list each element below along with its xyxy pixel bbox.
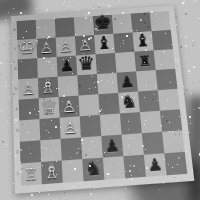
piece-black-pawn: ♟ xyxy=(144,156,166,174)
piece-black-pawn: ♟ xyxy=(57,58,77,74)
piece-black-queen: ♛ xyxy=(76,53,97,73)
piece-black-knight: ♞ xyxy=(82,159,104,179)
chess-board: 87654321 ♚♔♙♙♙♝♝♟♛♜♙♗♟♕♙♞♙♟♖♗♞♟ xyxy=(11,5,195,193)
pieces-layer: ♚♔♙♙♙♝♝♟♛♜♙♗♟♕♙♞♙♟♖♗♞♟ xyxy=(17,11,188,186)
piece-black-bishop: ♝ xyxy=(132,31,153,50)
piece-black-bishop: ♝ xyxy=(94,34,115,53)
chess-board-photo: 87654321 ♚♔♙♙♙♝♝♟♛♜♙♗♟♕♙♞♙♟♖♗♞♟ xyxy=(0,0,200,200)
piece-black-pawn: ♟ xyxy=(117,74,138,91)
piece-white-queen: ♕ xyxy=(39,96,60,117)
piece-white-rook: ♖ xyxy=(21,166,42,183)
piece-black-pawn: ♟ xyxy=(102,138,124,156)
piece-black-knight: ♞ xyxy=(118,92,139,111)
piece-white-king: ♔ xyxy=(17,37,37,58)
piece-white-pawn: ♙ xyxy=(59,99,80,116)
piece-white-pawn: ♙ xyxy=(18,81,38,98)
piece-white-bishop: ♗ xyxy=(41,161,63,183)
piece-black-king: ♚ xyxy=(93,13,114,33)
piece-white-bishop: ♗ xyxy=(38,77,59,97)
piece-black-rook: ♜ xyxy=(135,54,156,69)
piece-white-pawn: ♙ xyxy=(75,38,95,54)
piece-white-pawn: ♙ xyxy=(60,119,81,137)
piece-white-pawn: ♙ xyxy=(56,39,76,55)
piece-white-pawn: ♙ xyxy=(37,40,57,56)
